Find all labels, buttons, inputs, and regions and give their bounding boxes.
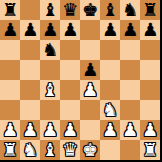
black-pawn-piece-icon: ♟	[2, 20, 18, 40]
square-e4[interactable]: ♟	[80, 80, 100, 100]
black-bishop-piece-icon: ♝	[42, 0, 58, 20]
white-pawn-piece-icon: ♟	[22, 120, 38, 140]
white-pawn-piece-icon: ♟	[42, 120, 58, 140]
black-pawn-piece-icon: ♟	[62, 20, 78, 40]
square-f5[interactable]	[100, 60, 120, 80]
square-b2[interactable]: ♟	[20, 120, 40, 140]
square-d8[interactable]: ♛	[60, 0, 80, 20]
square-c8[interactable]: ♝	[40, 0, 60, 20]
square-g5[interactable]	[120, 60, 140, 80]
square-h3[interactable]	[140, 100, 160, 120]
white-pawn-piece-icon: ♟	[2, 120, 18, 140]
white-queen-piece-icon: ♛	[62, 140, 78, 160]
black-rook-piece-icon: ♜	[142, 0, 158, 20]
square-a3[interactable]	[0, 100, 20, 120]
square-h6[interactable]	[140, 40, 160, 60]
white-rook-piece-icon: ♜	[2, 140, 18, 160]
square-c7[interactable]: ♟	[40, 20, 60, 40]
square-d1[interactable]: ♛	[60, 140, 80, 160]
white-bishop-piece-icon: ♝	[42, 80, 58, 100]
square-a7[interactable]: ♟	[0, 20, 20, 40]
square-h2[interactable]: ♟	[140, 120, 160, 140]
square-e3[interactable]	[80, 100, 100, 120]
square-f6[interactable]	[100, 40, 120, 60]
square-a6[interactable]	[0, 40, 20, 60]
black-rook-piece-icon: ♜	[2, 0, 18, 20]
black-pawn-piece-icon: ♟	[22, 20, 38, 40]
white-pawn-piece-icon: ♟	[102, 120, 118, 140]
black-knight-piece-icon: ♞	[42, 40, 58, 60]
square-g3[interactable]	[120, 100, 140, 120]
square-a5[interactable]	[0, 60, 20, 80]
square-d4[interactable]	[60, 80, 80, 100]
square-c3[interactable]	[40, 100, 60, 120]
square-h7[interactable]: ♟	[140, 20, 160, 40]
square-h5[interactable]	[140, 60, 160, 80]
square-d2[interactable]: ♟	[60, 120, 80, 140]
black-queen-piece-icon: ♛	[62, 0, 78, 20]
square-b7[interactable]: ♟	[20, 20, 40, 40]
square-f1[interactable]	[100, 140, 120, 160]
square-c6[interactable]: ♞	[40, 40, 60, 60]
square-c2[interactable]: ♟	[40, 120, 60, 140]
white-pawn-piece-icon: ♟	[82, 80, 98, 100]
square-h8[interactable]: ♜	[140, 0, 160, 20]
square-b1[interactable]: ♞	[20, 140, 40, 160]
white-knight-piece-icon: ♞	[22, 140, 38, 160]
white-king-piece-icon: ♚	[82, 140, 98, 160]
square-f7[interactable]: ♟	[100, 20, 120, 40]
white-pawn-piece-icon: ♟	[142, 120, 158, 140]
square-f2[interactable]: ♟	[100, 120, 120, 140]
square-g4[interactable]	[120, 80, 140, 100]
square-b8[interactable]	[20, 0, 40, 20]
square-a8[interactable]: ♜	[0, 0, 20, 20]
square-d3[interactable]	[60, 100, 80, 120]
white-pawn-piece-icon: ♟	[62, 120, 78, 140]
white-bishop-piece-icon: ♝	[42, 140, 58, 160]
square-a1[interactable]: ♜	[0, 140, 20, 160]
square-g6[interactable]	[120, 40, 140, 60]
black-knight-piece-icon: ♞	[122, 0, 138, 20]
black-pawn-piece-icon: ♟	[142, 20, 158, 40]
white-pawn-piece-icon: ♟	[122, 120, 138, 140]
square-d6[interactable]	[60, 40, 80, 60]
square-b5[interactable]	[20, 60, 40, 80]
square-b4[interactable]	[20, 80, 40, 100]
square-c4[interactable]: ♝	[40, 80, 60, 100]
square-c5[interactable]	[40, 60, 60, 80]
square-h4[interactable]	[140, 80, 160, 100]
chess-board: ♜♝♛♚♝♞♜♟♟♟♟♟♟♟♞♟♝♟♞♟♟♟♟♟♟♟♜♞♝♛♚♜	[0, 0, 160, 160]
square-f4[interactable]	[100, 80, 120, 100]
square-d5[interactable]	[60, 60, 80, 80]
square-g7[interactable]: ♟	[120, 20, 140, 40]
square-g2[interactable]: ♟	[120, 120, 140, 140]
square-e2[interactable]	[80, 120, 100, 140]
square-a2[interactable]: ♟	[0, 120, 20, 140]
square-a4[interactable]	[0, 80, 20, 100]
square-e8[interactable]: ♚	[80, 0, 100, 20]
square-c1[interactable]: ♝	[40, 140, 60, 160]
square-h1[interactable]: ♜	[140, 140, 160, 160]
square-g1[interactable]	[120, 140, 140, 160]
black-pawn-piece-icon: ♟	[102, 20, 118, 40]
square-e1[interactable]: ♚	[80, 140, 100, 160]
black-pawn-piece-icon: ♟	[122, 20, 138, 40]
square-f3[interactable]: ♞	[100, 100, 120, 120]
square-f8[interactable]: ♝	[100, 0, 120, 20]
black-pawn-piece-icon: ♟	[42, 20, 58, 40]
white-knight-piece-icon: ♞	[102, 100, 118, 120]
white-rook-piece-icon: ♜	[142, 140, 158, 160]
square-e5[interactable]: ♟	[80, 60, 100, 80]
square-e6[interactable]	[80, 40, 100, 60]
square-b3[interactable]	[20, 100, 40, 120]
square-g8[interactable]: ♞	[120, 0, 140, 20]
black-king-piece-icon: ♚	[82, 0, 98, 20]
square-b6[interactable]	[20, 40, 40, 60]
black-bishop-piece-icon: ♝	[102, 0, 118, 20]
board-frame: ♜♝♛♚♝♞♜♟♟♟♟♟♟♟♞♟♝♟♞♟♟♟♟♟♟♟♜♞♝♛♚♜	[0, 0, 162, 162]
square-e7[interactable]	[80, 20, 100, 40]
square-d7[interactable]: ♟	[60, 20, 80, 40]
black-pawn-piece-icon: ♟	[82, 60, 98, 80]
